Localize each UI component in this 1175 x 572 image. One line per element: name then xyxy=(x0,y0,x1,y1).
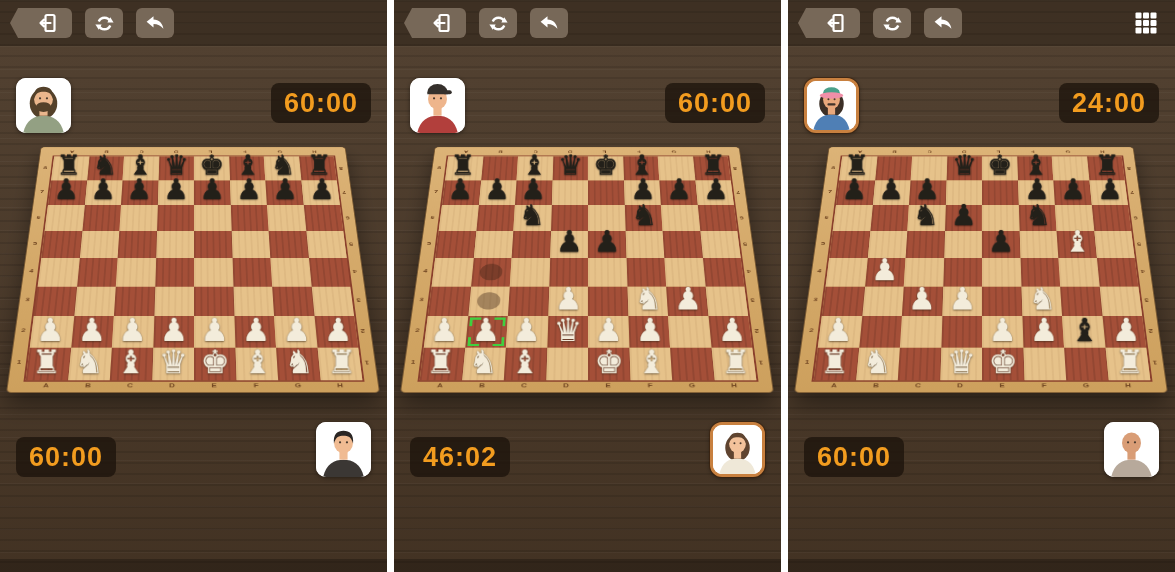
square-h6[interactable] xyxy=(303,205,343,231)
square-g5[interactable] xyxy=(269,231,309,258)
black-pawn-d6[interactable]: ♟ xyxy=(945,199,982,231)
black-pawn-b7[interactable]: ♟ xyxy=(478,174,514,205)
black-pawn-e7[interactable]: ♟ xyxy=(194,174,230,205)
square-a7[interactable]: ♟ xyxy=(442,180,481,205)
player-info-row: 46:02 xyxy=(410,422,765,477)
square-a1[interactable]: ♜ xyxy=(420,347,465,380)
refresh-icon xyxy=(881,12,904,35)
opponent-timer: 60:00 xyxy=(665,83,765,123)
square-e1[interactable]: ♚ xyxy=(588,347,630,380)
square-b5[interactable] xyxy=(473,231,513,258)
square-b7[interactable]: ♟ xyxy=(84,180,122,205)
player-timer: 60:00 xyxy=(16,437,116,477)
exit-button[interactable] xyxy=(404,8,466,38)
square-e5[interactable]: ♟ xyxy=(588,231,626,258)
opponent-avatar xyxy=(804,78,859,133)
square-g3[interactable]: ♟ xyxy=(666,286,708,316)
chessboard-squares: ♜♛♚♝♜♟♟♟♟♟♟♞♟♞♟♝♟♟♟♞♟♟♟♝♟♜♞♛♚♜ xyxy=(811,155,1152,381)
white-bishop-g5[interactable]: ♝ xyxy=(1058,226,1096,258)
black-pawn-h7[interactable]: ♟ xyxy=(697,174,733,205)
black-pawn-d5[interactable]: ♟ xyxy=(550,226,588,258)
file-labels-top: ABCDEFGH xyxy=(54,149,331,155)
square-h4[interactable] xyxy=(702,258,744,286)
square-a6[interactable] xyxy=(45,205,85,231)
white-pawn-f2[interactable]: ♟ xyxy=(1023,313,1064,348)
toolbar-3 xyxy=(788,0,1175,46)
black-knight-f6[interactable]: ♞ xyxy=(625,199,662,231)
chessboard: ♜♝♛♚♝♜♟♟♟♟♟♟♞♞♟♟♟♞♟♟♟♟♛♟♟♟♜♞♝♚♝♜ 8765432… xyxy=(400,147,774,393)
white-pawn-c3[interactable]: ♟ xyxy=(902,282,942,316)
square-b5[interactable] xyxy=(79,231,119,258)
square-d6[interactable] xyxy=(157,205,194,231)
undo-icon xyxy=(931,11,955,35)
opponent-timer: 24:00 xyxy=(1059,83,1159,123)
white-queen-d1[interactable]: ♛ xyxy=(940,345,982,381)
square-d2[interactable]: ♛ xyxy=(547,316,588,347)
square-g5[interactable]: ♝ xyxy=(1057,231,1097,258)
white-knight-b1[interactable]: ♞ xyxy=(856,345,898,381)
square-b7[interactable]: ♟ xyxy=(478,180,516,205)
black-pawn-d7[interactable]: ♟ xyxy=(157,174,193,205)
player-info-row: 60:00 xyxy=(16,422,371,477)
black-pawn-b7[interactable]: ♟ xyxy=(84,174,120,205)
opponent-avatar xyxy=(410,78,465,133)
square-b1[interactable]: ♞ xyxy=(856,347,900,380)
square-b1[interactable]: ♞ xyxy=(462,347,506,380)
square-e8[interactable]: ♚ xyxy=(982,156,1018,180)
black-knight-c6[interactable]: ♞ xyxy=(907,199,944,231)
square-e7[interactable] xyxy=(982,180,1018,205)
player-avatar xyxy=(1104,422,1159,477)
chess-app: 60:00 ♜♞♝♛♚♝♞♜♟♟♟♟♟♟♟♟♟♟♟♟♟♟♟♟♜♞♝♛♚♝♞♜ 8… xyxy=(0,0,1175,572)
square-c4[interactable] xyxy=(116,258,156,286)
square-a1[interactable]: ♜ xyxy=(814,347,859,380)
undo-button[interactable] xyxy=(136,8,174,38)
square-h6[interactable] xyxy=(697,205,737,231)
player-timer: 60:00 xyxy=(804,437,904,477)
opponent-avatar xyxy=(16,78,71,133)
square-h4[interactable] xyxy=(308,258,350,286)
black-knight-c6[interactable]: ♞ xyxy=(513,199,550,231)
square-c1[interactable]: ♝ xyxy=(110,347,153,380)
square-f5[interactable] xyxy=(231,231,270,258)
square-c1[interactable] xyxy=(898,347,941,380)
square-g1[interactable]: ♞ xyxy=(276,347,320,380)
square-d8[interactable]: ♛ xyxy=(946,156,982,180)
black-pawn-h7[interactable]: ♟ xyxy=(303,174,339,205)
square-d1[interactable]: ♛ xyxy=(152,347,194,380)
square-d4[interactable] xyxy=(155,258,194,286)
white-pawn-g3[interactable]: ♟ xyxy=(668,282,708,316)
player-avatar xyxy=(316,422,371,477)
square-e1[interactable]: ♚ xyxy=(194,347,236,380)
black-pawn-a7[interactable]: ♟ xyxy=(442,174,478,205)
square-g4[interactable] xyxy=(1058,258,1099,286)
file-labels-bottom: ABCDEFGH xyxy=(24,381,361,391)
black-pawn-c7[interactable]: ♟ xyxy=(121,174,157,205)
square-c5[interactable] xyxy=(512,231,551,258)
square-g1[interactable] xyxy=(1064,347,1108,380)
black-pawn-g7[interactable]: ♟ xyxy=(661,174,697,205)
square-c2[interactable] xyxy=(900,316,942,347)
white-bishop-c1[interactable]: ♝ xyxy=(110,345,152,381)
white-knight-b1[interactable]: ♞ xyxy=(68,345,110,381)
undo-icon xyxy=(537,11,561,35)
square-e4[interactable] xyxy=(982,258,1021,286)
move-hint-dot xyxy=(479,264,503,281)
square-g2[interactable]: ♝ xyxy=(1062,316,1105,347)
square-h1[interactable]: ♜ xyxy=(711,347,756,380)
square-f6[interactable] xyxy=(230,205,268,231)
exit-button[interactable] xyxy=(10,8,72,38)
player-avatar xyxy=(710,422,765,477)
square-b6[interactable] xyxy=(82,205,121,231)
square-a4[interactable] xyxy=(38,258,80,286)
game-panel-2: 60:00 ♜♝♛♚♝♜♟♟♟♟♟♟♞♞♟♟♟♞♟♟♟♟♛♟♟♟♜♞♝♚♝♜ 8… xyxy=(394,0,781,572)
square-e4[interactable] xyxy=(194,258,233,286)
menu-grid-button[interactable] xyxy=(1127,8,1165,38)
square-a5[interactable] xyxy=(829,231,870,258)
black-pawn-e5[interactable]: ♟ xyxy=(588,226,626,258)
white-rook-a1[interactable]: ♜ xyxy=(814,345,856,381)
square-d8[interactable]: ♛ xyxy=(552,156,588,180)
square-f1[interactable]: ♝ xyxy=(235,347,278,380)
square-f6[interactable]: ♞ xyxy=(624,205,662,231)
file-labels-bottom: ABCDEFGH xyxy=(812,381,1149,391)
toolbar-1 xyxy=(0,0,387,46)
square-g6[interactable] xyxy=(661,205,700,231)
white-king-e1[interactable]: ♚ xyxy=(588,345,630,381)
chessboard-squares: ♜♝♛♚♝♜♟♟♟♟♟♟♞♞♟♟♟♞♟♟♟♟♛♟♟♟♜♞♝♚♝♜ xyxy=(417,155,758,381)
chessboard: ♜♛♚♝♜♟♟♟♟♟♟♞♟♞♟♝♟♟♟♞♟♟♟♝♟♜♞♛♚♜ 876543218… xyxy=(794,147,1168,393)
opponent-info-row: 24:00 xyxy=(804,78,1159,133)
black-bishop-g2[interactable]: ♝ xyxy=(1064,313,1105,348)
white-king-e1[interactable]: ♚ xyxy=(194,345,236,381)
square-h7[interactable]: ♟ xyxy=(301,180,340,205)
square-e5[interactable] xyxy=(194,231,232,258)
refresh-icon xyxy=(93,12,116,35)
game-panel-3: 24:00 ♜♛♚♝♜♟♟♟♟♟♟♞♟♞♟♝♟♟♟♞♟♟♟♝♟♜♞♛♚♜ 876… xyxy=(788,0,1175,572)
square-g7[interactable]: ♟ xyxy=(659,180,697,205)
black-pawn-g7[interactable]: ♟ xyxy=(1055,174,1091,205)
toolbar-2 xyxy=(394,0,781,46)
white-rook-a1[interactable]: ♜ xyxy=(26,345,68,381)
black-pawn-a7[interactable]: ♟ xyxy=(836,174,872,205)
square-a1[interactable]: ♜ xyxy=(26,347,71,380)
square-f1[interactable] xyxy=(1023,347,1066,380)
square-a6[interactable] xyxy=(439,205,479,231)
white-knight-b1[interactable]: ♞ xyxy=(462,345,504,381)
square-a5[interactable] xyxy=(41,231,82,258)
black-pawn-h7[interactable]: ♟ xyxy=(1091,174,1127,205)
exit-icon xyxy=(36,11,60,35)
undo-button[interactable] xyxy=(530,8,568,38)
square-h6[interactable] xyxy=(1091,205,1131,231)
square-c6[interactable]: ♞ xyxy=(513,205,551,231)
undo-button[interactable] xyxy=(924,8,962,38)
square-d5[interactable]: ♟ xyxy=(550,231,588,258)
black-pawn-b7[interactable]: ♟ xyxy=(872,174,908,205)
player-info-row: 60:00 xyxy=(804,422,1159,477)
square-f1[interactable]: ♝ xyxy=(629,347,672,380)
square-d5[interactable] xyxy=(156,231,194,258)
undo-icon xyxy=(143,11,167,35)
square-a7[interactable]: ♟ xyxy=(836,180,875,205)
square-e1[interactable]: ♚ xyxy=(982,347,1024,380)
opponent-timer: 60:00 xyxy=(271,83,371,123)
white-pawn-d3[interactable]: ♟ xyxy=(942,282,982,316)
square-d3[interactable]: ♟ xyxy=(942,286,982,316)
white-rook-h1[interactable]: ♜ xyxy=(1108,345,1150,381)
file-labels-top: ABCDEFGH xyxy=(842,149,1119,155)
square-c6[interactable]: ♞ xyxy=(907,205,945,231)
black-pawn-f7[interactable]: ♟ xyxy=(230,174,266,205)
square-f4[interactable] xyxy=(232,258,272,286)
white-bishop-c1[interactable]: ♝ xyxy=(504,345,546,381)
refresh-icon xyxy=(487,12,510,35)
square-g1[interactable] xyxy=(670,347,714,380)
square-f6[interactable]: ♞ xyxy=(1018,205,1056,231)
white-queen-d1[interactable]: ♛ xyxy=(152,345,194,381)
square-f5[interactable] xyxy=(625,231,664,258)
square-h5[interactable] xyxy=(306,231,347,258)
square-g5[interactable] xyxy=(663,231,703,258)
grid-icon xyxy=(1134,11,1158,35)
white-rook-h1[interactable]: ♜ xyxy=(320,345,362,381)
game-panel-1: 60:00 ♜♞♝♛♚♝♞♜♟♟♟♟♟♟♟♟♟♟♟♟♟♟♟♟♜♞♝♛♚♝♞♜ 8… xyxy=(0,0,387,572)
square-g7[interactable]: ♟ xyxy=(265,180,303,205)
square-d6[interactable]: ♟ xyxy=(945,205,982,231)
square-d7[interactable] xyxy=(551,180,587,205)
square-a5[interactable] xyxy=(435,231,476,258)
black-knight-f6[interactable]: ♞ xyxy=(1019,199,1056,231)
black-pawn-a7[interactable]: ♟ xyxy=(48,174,84,205)
square-e5[interactable]: ♟ xyxy=(982,231,1020,258)
square-h1[interactable]: ♜ xyxy=(1105,347,1150,380)
square-c3[interactable]: ♟ xyxy=(902,286,943,316)
white-queen-d2[interactable]: ♛ xyxy=(547,313,588,348)
square-b3[interactable] xyxy=(862,286,904,316)
square-h1[interactable]: ♜ xyxy=(317,347,362,380)
square-e4[interactable] xyxy=(588,258,627,286)
exit-icon xyxy=(430,11,454,35)
square-a4[interactable] xyxy=(432,258,474,286)
square-b7[interactable]: ♟ xyxy=(872,180,910,205)
square-c4[interactable] xyxy=(510,258,550,286)
square-b4[interactable] xyxy=(77,258,118,286)
white-king-e1[interactable]: ♚ xyxy=(982,345,1024,381)
black-pawn-g7[interactable]: ♟ xyxy=(267,174,303,205)
file-labels-top: ABCDEFGH xyxy=(448,149,725,155)
chessboard: ♜♞♝♛♚♝♞♜♟♟♟♟♟♟♟♟♟♟♟♟♟♟♟♟♜♞♝♛♚♝♞♜ 8765432… xyxy=(6,147,380,393)
square-b4[interactable]: ♟ xyxy=(865,258,906,286)
square-g4[interactable] xyxy=(270,258,311,286)
white-bishop-f1[interactable]: ♝ xyxy=(236,345,278,381)
square-c6[interactable] xyxy=(119,205,157,231)
square-a7[interactable]: ♟ xyxy=(48,180,87,205)
square-f2[interactable]: ♟ xyxy=(1022,316,1064,347)
flip-board-button[interactable] xyxy=(479,8,517,38)
square-g7[interactable]: ♟ xyxy=(1053,180,1091,205)
square-a4[interactable] xyxy=(826,258,868,286)
square-b1[interactable]: ♞ xyxy=(68,347,112,380)
opponent-info-row: 60:00 xyxy=(16,78,371,133)
file-labels-bottom: ABCDEFGH xyxy=(418,381,755,391)
white-pawn-b4[interactable]: ♟ xyxy=(865,253,904,286)
square-a6[interactable] xyxy=(833,205,873,231)
square-h7[interactable]: ♟ xyxy=(1089,180,1128,205)
square-e7[interactable] xyxy=(588,180,624,205)
square-b4[interactable] xyxy=(471,258,512,286)
square-b6[interactable] xyxy=(476,205,515,231)
chessboard-squares: ♜♞♝♛♚♝♞♜♟♟♟♟♟♟♟♟♟♟♟♟♟♟♟♟♜♞♝♛♚♝♞♜ xyxy=(23,155,364,381)
square-d1[interactable]: ♛ xyxy=(940,347,982,380)
opponent-info-row: 60:00 xyxy=(410,78,765,133)
square-f7[interactable]: ♟ xyxy=(230,180,267,205)
square-h5[interactable] xyxy=(1094,231,1135,258)
player-timer: 46:02 xyxy=(410,437,510,477)
white-rook-a1[interactable]: ♜ xyxy=(420,345,462,381)
square-c5[interactable] xyxy=(906,231,945,258)
square-e7[interactable]: ♟ xyxy=(194,180,230,205)
square-f5[interactable] xyxy=(1019,231,1058,258)
square-c1[interactable]: ♝ xyxy=(504,347,547,380)
square-c5[interactable] xyxy=(118,231,157,258)
square-g6[interactable] xyxy=(267,205,306,231)
white-knight-g1[interactable]: ♞ xyxy=(278,345,320,381)
square-h4[interactable] xyxy=(1096,258,1138,286)
white-rook-h1[interactable]: ♜ xyxy=(714,345,756,381)
move-hint-dot xyxy=(477,292,502,310)
flip-board-button[interactable] xyxy=(85,8,123,38)
square-e8[interactable]: ♚ xyxy=(588,156,624,180)
square-d5[interactable] xyxy=(944,231,982,258)
square-d7[interactable]: ♟ xyxy=(157,180,193,205)
square-h5[interactable] xyxy=(700,231,741,258)
square-b6[interactable] xyxy=(870,205,909,231)
white-bishop-f1[interactable]: ♝ xyxy=(630,345,672,381)
square-e6[interactable] xyxy=(194,205,231,231)
square-h7[interactable]: ♟ xyxy=(695,180,734,205)
exit-button[interactable] xyxy=(798,8,860,38)
square-d1[interactable] xyxy=(546,347,588,380)
exit-icon xyxy=(824,11,848,35)
square-g2[interactable] xyxy=(668,316,711,347)
flip-board-button[interactable] xyxy=(873,8,911,38)
square-c7[interactable]: ♟ xyxy=(121,180,158,205)
black-pawn-e5[interactable]: ♟ xyxy=(982,226,1020,258)
